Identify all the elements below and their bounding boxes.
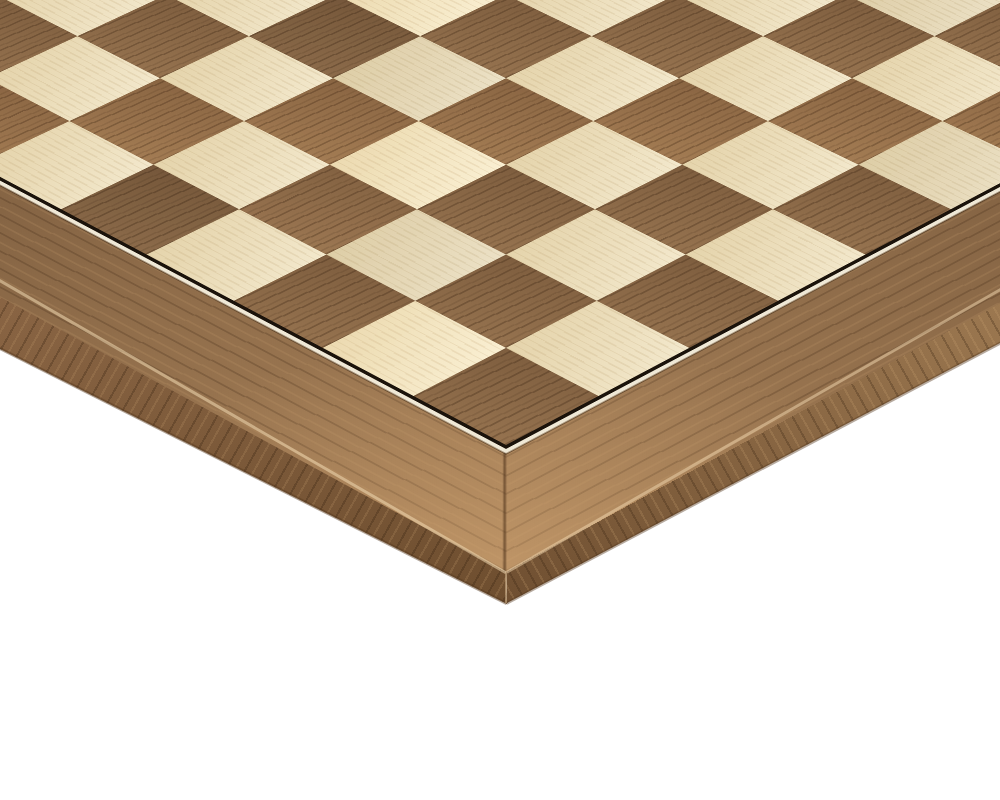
miter-seam-line xyxy=(504,445,506,572)
chess-board xyxy=(0,0,1000,572)
chessboard-photo xyxy=(0,0,1000,800)
